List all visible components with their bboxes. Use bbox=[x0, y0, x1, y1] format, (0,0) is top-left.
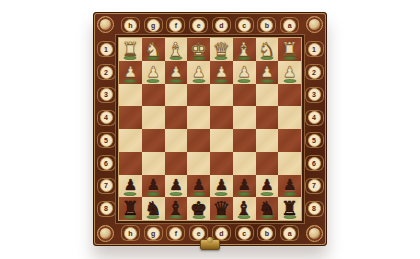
file-label-d: d bbox=[215, 227, 228, 240]
square-g3 bbox=[142, 84, 165, 107]
file-label-c: c bbox=[238, 227, 251, 240]
rank-label-8: 8 bbox=[100, 202, 113, 215]
square-f3 bbox=[165, 84, 188, 107]
piece-white-pawn-a2: ♟ bbox=[283, 65, 296, 80]
border-cartouche: d bbox=[210, 14, 233, 36]
rank-label-5: 5 bbox=[308, 134, 321, 147]
piece-white-pawn-g2: ♟ bbox=[146, 65, 159, 80]
piece-white-rook-h1: ♜ bbox=[122, 40, 139, 59]
piece-black-pawn-b7: ♟ bbox=[260, 178, 273, 193]
file-label-h: h bbox=[124, 19, 137, 32]
piece-black-pawn-h7: ♟ bbox=[124, 178, 137, 193]
rank-label-1: 1 bbox=[100, 43, 113, 56]
file-label-b: b bbox=[260, 19, 273, 32]
piece-black-knight-b8: ♞ bbox=[258, 199, 275, 218]
file-label-f: f bbox=[169, 19, 182, 32]
square-h2: ♟ bbox=[119, 61, 142, 84]
border-cartouche: 8 bbox=[95, 197, 117, 220]
square-a3 bbox=[278, 84, 301, 107]
piece-black-bishop-c8: ♝ bbox=[236, 199, 253, 218]
file-label-h: h bbox=[124, 227, 137, 240]
square-c2: ♟ bbox=[233, 61, 256, 84]
square-e5 bbox=[187, 129, 210, 152]
file-label-g: g bbox=[147, 19, 160, 32]
square-f8: ♝ bbox=[165, 197, 188, 220]
border-cartouche: 7 bbox=[303, 175, 325, 198]
piece-black-pawn-d7: ♟ bbox=[215, 178, 228, 193]
rank-label-6: 6 bbox=[100, 157, 113, 170]
rank-label-5: 5 bbox=[100, 134, 113, 147]
square-c4 bbox=[233, 106, 256, 129]
border-cartouche: c bbox=[233, 14, 256, 36]
square-e1: ♚ bbox=[187, 38, 210, 61]
square-g2: ♟ bbox=[142, 61, 165, 84]
square-c6 bbox=[233, 152, 256, 175]
piece-black-knight-g8: ♞ bbox=[145, 199, 162, 218]
piece-white-knight-b1: ♞ bbox=[258, 40, 275, 59]
border-cartouche: 1 bbox=[95, 38, 117, 61]
piece-white-bishop-c1: ♝ bbox=[236, 40, 253, 59]
piece-black-pawn-e7: ♟ bbox=[192, 178, 205, 193]
border-cartouche: 3 bbox=[303, 84, 325, 107]
square-c8: ♝ bbox=[233, 197, 256, 220]
piece-white-knight-g1: ♞ bbox=[145, 40, 162, 59]
piece-white-pawn-b2: ♟ bbox=[260, 65, 273, 80]
file-label-e: e bbox=[192, 19, 205, 32]
square-h6 bbox=[119, 152, 142, 175]
piece-black-rook-a8: ♜ bbox=[281, 199, 298, 218]
file-label-c: c bbox=[238, 19, 251, 32]
square-g4 bbox=[142, 106, 165, 129]
border-cartouche: 6 bbox=[303, 152, 325, 175]
square-a8: ♜ bbox=[278, 197, 301, 220]
border-cartouche: c bbox=[233, 222, 256, 244]
file-label-a: a bbox=[283, 19, 296, 32]
corner-rosette-icon bbox=[306, 16, 323, 33]
square-e4 bbox=[187, 106, 210, 129]
square-g7: ♟ bbox=[142, 175, 165, 198]
square-a1: ♜ bbox=[278, 38, 301, 61]
square-b3 bbox=[256, 84, 279, 107]
piece-white-rook-a1: ♜ bbox=[281, 40, 298, 59]
square-b8: ♞ bbox=[256, 197, 279, 220]
square-b5 bbox=[256, 129, 279, 152]
piece-white-queen-d1: ♛ bbox=[213, 40, 230, 59]
square-d3 bbox=[210, 84, 233, 107]
piece-black-bishop-f8: ♝ bbox=[167, 199, 184, 218]
piece-black-pawn-g7: ♟ bbox=[146, 178, 159, 193]
border-cartouche: a bbox=[278, 222, 301, 244]
square-h4 bbox=[119, 106, 142, 129]
piece-black-pawn-c7: ♟ bbox=[237, 178, 250, 193]
rank-label-8: 8 bbox=[308, 202, 321, 215]
square-f2: ♟ bbox=[165, 61, 188, 84]
square-d6 bbox=[210, 152, 233, 175]
border-cartouche: 4 bbox=[95, 106, 117, 129]
product-photo-wooden-chess-set: hgfedcba hgfedcba 12345678 12345678 ♜♞♝♚… bbox=[0, 0, 420, 259]
border-cartouche: e bbox=[187, 14, 210, 36]
border-cartouche: 5 bbox=[303, 129, 325, 152]
border-cartouche: 6 bbox=[95, 152, 117, 175]
border-cartouche: g bbox=[142, 14, 165, 36]
square-e2: ♟ bbox=[187, 61, 210, 84]
piece-black-rook-h8: ♜ bbox=[122, 199, 139, 218]
square-d1: ♛ bbox=[210, 38, 233, 61]
rank-label-4: 4 bbox=[308, 111, 321, 124]
square-a5 bbox=[278, 129, 301, 152]
rank-coordinates-right: 12345678 bbox=[303, 38, 325, 220]
border-cartouche: 8 bbox=[303, 197, 325, 220]
corner-rosette-icon bbox=[97, 16, 114, 33]
border-cartouche: 2 bbox=[303, 61, 325, 84]
piece-white-pawn-e2: ♟ bbox=[192, 65, 205, 80]
piece-white-pawn-c2: ♟ bbox=[237, 65, 250, 80]
file-label-e: e bbox=[192, 227, 205, 240]
square-d2: ♟ bbox=[210, 61, 233, 84]
square-e6 bbox=[187, 152, 210, 175]
square-d4 bbox=[210, 106, 233, 129]
square-b1: ♞ bbox=[256, 38, 279, 61]
square-h3 bbox=[119, 84, 142, 107]
rank-coordinates-left: 12345678 bbox=[95, 38, 117, 220]
piece-white-bishop-f1: ♝ bbox=[167, 40, 184, 59]
border-cartouche: 5 bbox=[95, 129, 117, 152]
border-cartouche: 1 bbox=[303, 38, 325, 61]
rank-label-7: 7 bbox=[308, 179, 321, 192]
square-d7: ♟ bbox=[210, 175, 233, 198]
square-g5 bbox=[142, 129, 165, 152]
square-a6 bbox=[278, 152, 301, 175]
square-f5 bbox=[165, 129, 188, 152]
piece-white-king-e1: ♚ bbox=[190, 40, 207, 59]
border-cartouche: a bbox=[278, 14, 301, 36]
rank-label-1: 1 bbox=[308, 43, 321, 56]
square-h1: ♜ bbox=[119, 38, 142, 61]
piece-white-pawn-f2: ♟ bbox=[169, 65, 182, 80]
square-c5 bbox=[233, 129, 256, 152]
square-e3 bbox=[187, 84, 210, 107]
border-cartouche: 7 bbox=[95, 175, 117, 198]
file-label-a: a bbox=[283, 227, 296, 240]
rank-label-7: 7 bbox=[100, 179, 113, 192]
border-cartouche: h bbox=[119, 14, 142, 36]
piece-black-king-e8: ♚ bbox=[190, 199, 207, 218]
square-b6 bbox=[256, 152, 279, 175]
rank-label-4: 4 bbox=[100, 111, 113, 124]
square-a7: ♟ bbox=[278, 175, 301, 198]
square-b2: ♟ bbox=[256, 61, 279, 84]
border-cartouche: h bbox=[119, 222, 142, 244]
border-cartouche: b bbox=[256, 14, 279, 36]
square-h8: ♜ bbox=[119, 197, 142, 220]
piece-black-queen-d8: ♛ bbox=[213, 199, 230, 218]
file-label-f: f bbox=[169, 227, 182, 240]
square-f4 bbox=[165, 106, 188, 129]
square-c7: ♟ bbox=[233, 175, 256, 198]
rank-label-3: 3 bbox=[100, 88, 113, 101]
square-h5 bbox=[119, 129, 142, 152]
file-label-b: b bbox=[260, 227, 273, 240]
border-cartouche: g bbox=[142, 222, 165, 244]
corner-rosette-icon bbox=[306, 225, 323, 242]
playing-area: ♜♞♝♚♛♝♞♜♟♟♟♟♟♟♟♟♟♟♟♟♟♟♟♟♜♞♝♚♛♝♞♜ bbox=[119, 38, 301, 220]
piece-black-pawn-f7: ♟ bbox=[169, 178, 182, 193]
square-e8: ♚ bbox=[187, 197, 210, 220]
square-b4 bbox=[256, 106, 279, 129]
brass-latch-icon bbox=[200, 239, 220, 250]
square-b7: ♟ bbox=[256, 175, 279, 198]
square-d5 bbox=[210, 129, 233, 152]
file-label-g: g bbox=[147, 227, 160, 240]
file-label-d: d bbox=[215, 19, 228, 32]
square-f6 bbox=[165, 152, 188, 175]
rank-label-2: 2 bbox=[100, 66, 113, 79]
square-c3 bbox=[233, 84, 256, 107]
piece-white-pawn-d2: ♟ bbox=[215, 65, 228, 80]
corner-rosette-icon bbox=[97, 225, 114, 242]
border-cartouche: 2 bbox=[95, 61, 117, 84]
border-cartouche: f bbox=[165, 222, 188, 244]
square-d8: ♛ bbox=[210, 197, 233, 220]
piece-black-pawn-a7: ♟ bbox=[283, 178, 296, 193]
border-cartouche: 4 bbox=[303, 106, 325, 129]
square-e7: ♟ bbox=[187, 175, 210, 198]
square-f1: ♝ bbox=[165, 38, 188, 61]
square-c1: ♝ bbox=[233, 38, 256, 61]
rank-label-6: 6 bbox=[308, 157, 321, 170]
rank-label-3: 3 bbox=[308, 88, 321, 101]
square-g8: ♞ bbox=[142, 197, 165, 220]
square-g6 bbox=[142, 152, 165, 175]
border-cartouche: 3 bbox=[95, 84, 117, 107]
piece-white-pawn-h2: ♟ bbox=[124, 65, 137, 80]
border-cartouche: f bbox=[165, 14, 188, 36]
square-h7: ♟ bbox=[119, 175, 142, 198]
square-a4 bbox=[278, 106, 301, 129]
square-f7: ♟ bbox=[165, 175, 188, 198]
square-a2: ♟ bbox=[278, 61, 301, 84]
border-cartouche: b bbox=[256, 222, 279, 244]
square-g1: ♞ bbox=[142, 38, 165, 61]
file-coordinates-top: hgfedcba bbox=[119, 14, 301, 36]
chess-board: hgfedcba hgfedcba 12345678 12345678 ♜♞♝♚… bbox=[93, 12, 327, 246]
rank-label-2: 2 bbox=[308, 66, 321, 79]
